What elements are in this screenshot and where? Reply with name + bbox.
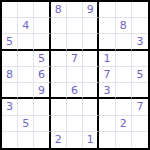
sudoku-cell-r2c6-empty[interactable] (83, 18, 99, 34)
sudoku-cell-r1c8-empty[interactable] (116, 2, 132, 18)
sudoku-cell-r5c5-empty[interactable] (67, 67, 83, 83)
sudoku-cell-r3c1-given[interactable]: 5 (2, 34, 18, 50)
sudoku-cell-r5c8-empty[interactable] (116, 67, 132, 83)
sudoku-cell-r2c3-empty[interactable] (34, 18, 50, 34)
sudoku-cell-r9c2-empty[interactable] (18, 132, 34, 148)
sudoku-cell-r9c6-given[interactable]: 1 (83, 132, 99, 148)
sudoku-cell-r4c8-empty[interactable] (116, 51, 132, 67)
sudoku-cell-r7c2-empty[interactable] (18, 99, 34, 115)
sudoku-cell-r8c2-given[interactable]: 5 (18, 116, 34, 132)
sudoku-cell-r3c3-empty[interactable] (34, 34, 50, 50)
sudoku-cell-r4c7-given[interactable]: 1 (99, 51, 115, 67)
sudoku-cell-r1c9-empty[interactable] (132, 2, 148, 18)
sudoku-cell-r6c8-empty[interactable] (116, 83, 132, 99)
sudoku-cell-r5c3-given[interactable]: 6 (34, 67, 50, 83)
sudoku-cell-r5c4-empty[interactable] (51, 67, 67, 83)
sudoku-cell-r3c2-empty[interactable] (18, 34, 34, 50)
sudoku-cell-r8c7-empty[interactable] (99, 116, 115, 132)
sudoku-cell-r1c5-empty[interactable] (67, 2, 83, 18)
sudoku-cell-r4c3-given[interactable]: 5 (34, 51, 50, 67)
sudoku-cell-r4c4-empty[interactable] (51, 51, 67, 67)
sudoku-cell-r6c1-empty[interactable] (2, 83, 18, 99)
sudoku-cell-r5c7-given[interactable]: 7 (99, 67, 115, 83)
sudoku-cell-r8c4-empty[interactable] (51, 116, 67, 132)
sudoku-cell-r7c5-empty[interactable] (67, 99, 83, 115)
sudoku-cell-r2c9-empty[interactable] (132, 18, 148, 34)
sudoku-cell-r7c3-empty[interactable] (34, 99, 50, 115)
sudoku-cell-r9c1-empty[interactable] (2, 132, 18, 148)
sudoku-cell-r3c8-empty[interactable] (116, 34, 132, 50)
sudoku-cell-r2c5-empty[interactable] (67, 18, 83, 34)
sudoku-cell-r3c5-empty[interactable] (67, 34, 83, 50)
sudoku-cell-r8c9-empty[interactable] (132, 116, 148, 132)
sudoku-cell-r5c1-given[interactable]: 8 (2, 67, 18, 83)
sudoku-cell-r7c4-empty[interactable] (51, 99, 67, 115)
sudoku-cell-r6c9-empty[interactable] (132, 83, 148, 99)
sudoku-cell-r6c6-empty[interactable] (83, 83, 99, 99)
sudoku-cell-r9c7-empty[interactable] (99, 132, 115, 148)
sudoku-cell-r4c5-given[interactable]: 7 (67, 51, 83, 67)
sudoku-cell-r3c7-empty[interactable] (99, 34, 115, 50)
sudoku-cell-r3c9-given[interactable]: 3 (132, 34, 148, 50)
sudoku-cell-r9c8-empty[interactable] (116, 132, 132, 148)
sudoku-cell-r5c9-given[interactable]: 5 (132, 67, 148, 83)
sudoku-cell-r8c3-empty[interactable] (34, 116, 50, 132)
sudoku-cell-r7c9-given[interactable]: 7 (132, 99, 148, 115)
sudoku-cell-r2c2-given[interactable]: 4 (18, 18, 34, 34)
sudoku-cell-r7c8-empty[interactable] (116, 99, 132, 115)
sudoku-cell-r9c4-given[interactable]: 2 (51, 132, 67, 148)
sudoku-cell-r2c4-empty[interactable] (51, 18, 67, 34)
sudoku-cell-r6c2-empty[interactable] (18, 83, 34, 99)
sudoku-cell-r1c7-empty[interactable] (99, 2, 115, 18)
sudoku-cell-r6c4-empty[interactable] (51, 83, 67, 99)
sudoku-board: 8948535718675963375221 (0, 0, 150, 150)
sudoku-cell-r7c1-given[interactable]: 3 (2, 99, 18, 115)
sudoku-cell-r2c1-empty[interactable] (2, 18, 18, 34)
sudoku-cell-r4c1-empty[interactable] (2, 51, 18, 67)
sudoku-cell-r9c3-empty[interactable] (34, 132, 50, 148)
sudoku-cell-r6c3-given[interactable]: 9 (34, 83, 50, 99)
sudoku-cell-r3c6-empty[interactable] (83, 34, 99, 50)
sudoku-cell-r6c7-given[interactable]: 3 (99, 83, 115, 99)
sudoku-cell-r5c2-empty[interactable] (18, 67, 34, 83)
sudoku-cell-r5c6-empty[interactable] (83, 67, 99, 83)
sudoku-cell-r8c1-empty[interactable] (2, 116, 18, 132)
sudoku-cell-r4c9-empty[interactable] (132, 51, 148, 67)
sudoku-cell-r9c5-empty[interactable] (67, 132, 83, 148)
sudoku-cell-r7c7-empty[interactable] (99, 99, 115, 115)
sudoku-cell-r1c4-given[interactable]: 8 (51, 2, 67, 18)
sudoku-cell-r3c4-empty[interactable] (51, 34, 67, 50)
sudoku-cell-r9c9-empty[interactable] (132, 132, 148, 148)
sudoku-cell-r2c8-given[interactable]: 8 (116, 18, 132, 34)
sudoku-cell-r1c1-empty[interactable] (2, 2, 18, 18)
sudoku-cell-r8c6-empty[interactable] (83, 116, 99, 132)
sudoku-cell-r7c6-empty[interactable] (83, 99, 99, 115)
sudoku-cell-r1c3-empty[interactable] (34, 2, 50, 18)
sudoku-cell-r1c2-empty[interactable] (18, 2, 34, 18)
sudoku-cell-r8c8-given[interactable]: 2 (116, 116, 132, 132)
sudoku-app: 8948535718675963375221 (0, 0, 150, 150)
sudoku-cell-r4c2-empty[interactable] (18, 51, 34, 67)
sudoku-cell-r6c5-given[interactable]: 6 (67, 83, 83, 99)
sudoku-cell-r8c5-empty[interactable] (67, 116, 83, 132)
sudoku-cell-r1c6-given[interactable]: 9 (83, 2, 99, 18)
sudoku-cell-r4c6-empty[interactable] (83, 51, 99, 67)
sudoku-cell-r2c7-empty[interactable] (99, 18, 115, 34)
